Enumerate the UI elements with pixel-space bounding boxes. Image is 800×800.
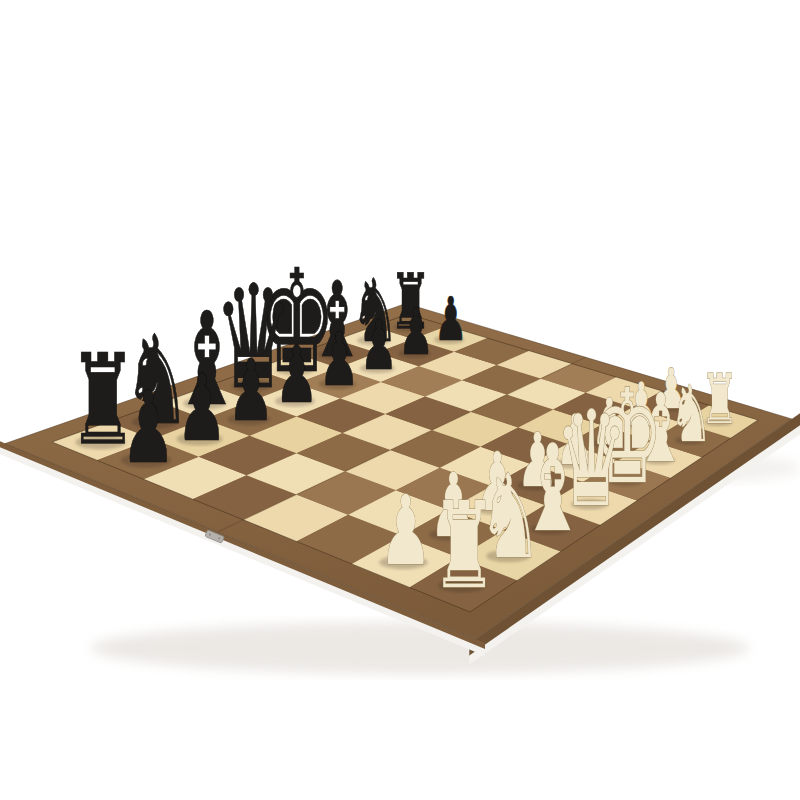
piece-black-pawn-e7: ♟ [319,316,360,401]
piece-black-pawn-b7: ♟ [176,355,227,462]
piece-black-pawn-e7-glyph: ♟ [319,316,360,401]
piece-black-pawn-a7-glyph: ♟ [121,369,176,486]
piece-white-rook-a1: ♜ [431,476,497,614]
piece-black-pawn-f7-glyph: ♟ [360,305,398,384]
piece-black-pawn-a7: ♟ [121,369,176,486]
piece-black-pawn-d7-glyph: ♟ [275,329,319,420]
piece-black-pawn-c7-glyph: ♟ [227,341,274,441]
chess-product-photo: ♜♟♞♟♝♟♚♟♛♟♝♟♟♜♞♟♟♞♜♟♝♟♟♚♟♛♟♝♟♞♟♜ [0,0,800,800]
piece-black-pawn-d7: ♟ [275,329,319,420]
piece-white-pawn-a2: ♟ [379,475,432,587]
piece-white-rook-a1-glyph: ♜ [431,476,497,614]
piece-black-pawn-g7: ♟ [398,294,434,370]
piece-white-pawn-a2-glyph: ♟ [379,475,432,587]
piece-black-pawn-c7: ♟ [227,341,274,441]
piece-black-pawn-h7-glyph: ♟ [434,284,468,355]
ground-shadow [90,622,750,674]
piece-black-pawn-f7: ♟ [360,305,398,384]
piece-black-pawn-h7: ♟ [434,284,468,355]
piece-black-pawn-b7-glyph: ♟ [176,355,227,462]
piece-black-pawn-g7-glyph: ♟ [398,294,434,370]
chess-board-scene: ♜♟♞♟♝♟♚♟♛♟♝♟♟♜♞♟♟♞♜♟♝♟♟♚♟♛♟♝♟♞♟♜ [0,0,800,800]
